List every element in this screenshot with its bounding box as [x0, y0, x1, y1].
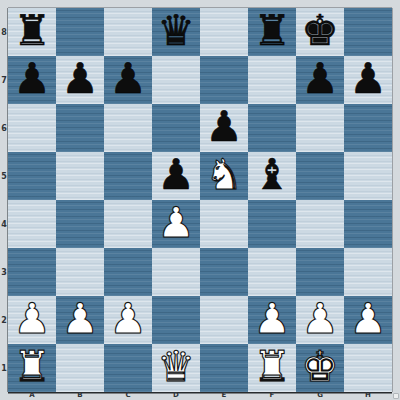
square-d5[interactable]: ♟︎ [152, 152, 200, 200]
square-h5[interactable] [344, 152, 392, 200]
square-d3[interactable] [152, 248, 200, 296]
square-f8[interactable]: ♜︎ [248, 8, 296, 56]
square-b8[interactable] [56, 8, 104, 56]
square-g4[interactable] [296, 200, 344, 248]
rank-label-2: 2 [0, 296, 8, 344]
square-c6[interactable] [104, 104, 152, 152]
square-c5[interactable] [104, 152, 152, 200]
rank-label-7: 7 [0, 56, 8, 104]
chess-board: ♜︎♛︎♜︎♚︎♟︎♟︎♟︎♟︎♟︎♟︎♟︎♞︎♝︎♟︎♟︎♟︎♟︎♟︎♟︎♟︎… [8, 8, 392, 392]
square-a1[interactable]: ♜︎ [8, 344, 56, 392]
square-h8[interactable] [344, 8, 392, 56]
square-d6[interactable] [152, 104, 200, 152]
rank-label-3: 3 [0, 248, 8, 296]
square-g3[interactable] [296, 248, 344, 296]
file-label-h: H [344, 391, 392, 400]
square-d1[interactable]: ♛︎ [152, 344, 200, 392]
square-h1[interactable] [344, 344, 392, 392]
square-f5[interactable]: ♝︎ [248, 152, 296, 200]
white-pawn-c2[interactable]: ♟︎ [109, 298, 147, 340]
square-c7[interactable]: ♟︎ [104, 56, 152, 104]
black-bishop-f5[interactable]: ♝︎ [253, 154, 291, 196]
square-c2[interactable]: ♟︎ [104, 296, 152, 344]
white-pawn-g2[interactable]: ♟︎ [301, 298, 339, 340]
resize-handle[interactable] [393, 393, 399, 399]
square-b5[interactable] [56, 152, 104, 200]
square-a4[interactable] [8, 200, 56, 248]
black-pawn-g7[interactable]: ♟︎ [301, 58, 339, 100]
square-a8[interactable]: ♜︎ [8, 8, 56, 56]
square-e8[interactable] [200, 8, 248, 56]
white-rook-f1[interactable]: ♜︎ [253, 346, 291, 388]
chess-app: 87654321 ♜︎♛︎♜︎♚︎♟︎♟︎♟︎♟︎♟︎♟︎♟︎♞︎♝︎♟︎♟︎♟… [0, 0, 400, 400]
square-c8[interactable] [104, 8, 152, 56]
file-label-g: G [296, 391, 344, 400]
file-label-d: D [152, 391, 200, 400]
white-king-g1[interactable]: ♚︎ [301, 346, 339, 388]
rank-label-6: 6 [0, 104, 8, 152]
square-d4[interactable]: ♟︎ [152, 200, 200, 248]
square-g8[interactable]: ♚︎ [296, 8, 344, 56]
file-label-c: C [104, 391, 152, 400]
square-a7[interactable]: ♟︎ [8, 56, 56, 104]
white-pawn-a2[interactable]: ♟︎ [13, 298, 51, 340]
square-b4[interactable] [56, 200, 104, 248]
black-pawn-b7[interactable]: ♟︎ [61, 58, 99, 100]
black-king-g8[interactable]: ♚︎ [301, 10, 339, 52]
white-rook-a1[interactable]: ♜︎ [13, 346, 51, 388]
square-f6[interactable] [248, 104, 296, 152]
square-a3[interactable] [8, 248, 56, 296]
square-e1[interactable] [200, 344, 248, 392]
square-e4[interactable] [200, 200, 248, 248]
white-pawn-d4[interactable]: ♟︎ [157, 202, 195, 244]
rank-label-1: 1 [0, 344, 8, 392]
square-f7[interactable] [248, 56, 296, 104]
white-queen-d1[interactable]: ♛︎ [157, 346, 195, 388]
square-e7[interactable] [200, 56, 248, 104]
black-queen-d8[interactable]: ♛︎ [157, 10, 195, 52]
square-b6[interactable] [56, 104, 104, 152]
square-g7[interactable]: ♟︎ [296, 56, 344, 104]
black-pawn-a7[interactable]: ♟︎ [13, 58, 51, 100]
black-pawn-c7[interactable]: ♟︎ [109, 58, 147, 100]
white-knight-e5[interactable]: ♞︎ [205, 154, 243, 196]
rank-label-8: 8 [0, 8, 8, 56]
square-b2[interactable]: ♟︎ [56, 296, 104, 344]
square-e2[interactable] [200, 296, 248, 344]
square-g6[interactable] [296, 104, 344, 152]
white-pawn-h2[interactable]: ♟︎ [349, 298, 387, 340]
square-h2[interactable]: ♟︎ [344, 296, 392, 344]
square-a5[interactable] [8, 152, 56, 200]
square-c4[interactable] [104, 200, 152, 248]
square-h4[interactable] [344, 200, 392, 248]
square-d2[interactable] [152, 296, 200, 344]
square-b1[interactable] [56, 344, 104, 392]
square-g5[interactable] [296, 152, 344, 200]
black-rook-f8[interactable]: ♜︎ [253, 10, 291, 52]
file-label-e: E [200, 391, 248, 400]
rank-labels: 87654321 [0, 8, 8, 392]
square-f3[interactable] [248, 248, 296, 296]
square-d7[interactable] [152, 56, 200, 104]
file-label-a: A [8, 391, 56, 400]
white-pawn-f2[interactable]: ♟︎ [253, 298, 291, 340]
black-rook-a8[interactable]: ♜︎ [13, 10, 51, 52]
square-b7[interactable]: ♟︎ [56, 56, 104, 104]
square-c3[interactable] [104, 248, 152, 296]
square-g1[interactable]: ♚︎ [296, 344, 344, 392]
square-h6[interactable] [344, 104, 392, 152]
rank-label-4: 4 [0, 200, 8, 248]
square-h7[interactable]: ♟︎ [344, 56, 392, 104]
square-c1[interactable] [104, 344, 152, 392]
white-pawn-b2[interactable]: ♟︎ [61, 298, 99, 340]
black-pawn-h7[interactable]: ♟︎ [349, 58, 387, 100]
square-a2[interactable]: ♟︎ [8, 296, 56, 344]
file-label-f: F [248, 391, 296, 400]
square-e5[interactable]: ♞︎ [200, 152, 248, 200]
square-a6[interactable] [8, 104, 56, 152]
square-f2[interactable]: ♟︎ [248, 296, 296, 344]
square-f1[interactable]: ♜︎ [248, 344, 296, 392]
black-pawn-e6[interactable]: ♟︎ [205, 106, 243, 148]
black-pawn-d5[interactable]: ♟︎ [157, 154, 195, 196]
square-g2[interactable]: ♟︎ [296, 296, 344, 344]
square-e3[interactable] [200, 248, 248, 296]
square-e6[interactable]: ♟︎ [200, 104, 248, 152]
square-h3[interactable] [344, 248, 392, 296]
file-label-b: B [56, 391, 104, 400]
file-labels: ABCDEFGH [8, 391, 392, 400]
square-b3[interactable] [56, 248, 104, 296]
rank-label-5: 5 [0, 152, 8, 200]
square-f4[interactable] [248, 200, 296, 248]
square-d8[interactable]: ♛︎ [152, 8, 200, 56]
